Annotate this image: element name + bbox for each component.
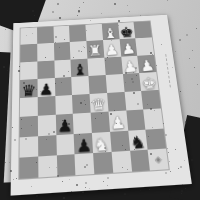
board-square-h8 bbox=[134, 21, 152, 38]
board-square-c4 bbox=[55, 95, 73, 115]
board-square-h5: ♚ bbox=[139, 72, 158, 91]
speckle-dot bbox=[129, 11, 130, 12]
board-square-f3: ♟ bbox=[108, 111, 127, 132]
board-square-b5: ♟ bbox=[37, 78, 55, 97]
board-square-d5 bbox=[71, 76, 89, 95]
board-square-g2: ♞ bbox=[128, 129, 148, 150]
board-square-c7 bbox=[53, 42, 70, 60]
board-square-g1 bbox=[130, 149, 151, 171]
speckle-dot bbox=[78, 10, 80, 12]
board-square-d3 bbox=[73, 113, 92, 134]
board-square-h3 bbox=[143, 109, 163, 130]
piece-white-pawn: ♟ bbox=[122, 59, 138, 74]
piece-white-pawn: ♟ bbox=[138, 58, 155, 73]
board-square-h1: ◈ bbox=[148, 148, 169, 170]
board-square-b4 bbox=[37, 96, 55, 116]
board-square-f6 bbox=[104, 56, 122, 74]
board-square-d4 bbox=[72, 94, 90, 114]
speckle-dot bbox=[175, 51, 176, 52]
piece-white-pawn: ♟ bbox=[110, 115, 127, 132]
speckle-dot bbox=[186, 34, 188, 36]
board-square-b1 bbox=[38, 155, 57, 177]
board-square-d8 bbox=[69, 25, 86, 42]
compass-logo-icon: ◈ bbox=[154, 154, 162, 164]
board-square-e1 bbox=[93, 152, 113, 174]
board-square-b2 bbox=[38, 135, 57, 157]
speckle-dot bbox=[180, 91, 181, 92]
board-square-c2 bbox=[56, 134, 75, 156]
board-square-a2 bbox=[20, 136, 38, 158]
board-square-e7: ♜ bbox=[86, 40, 104, 58]
board-square-h6: ♟ bbox=[137, 54, 156, 72]
chess-board: ♝♚♜♟♟♝♟♟♛♟♚♛♟♟♟♞♞◈ bbox=[19, 21, 168, 178]
speckle-dot bbox=[101, 13, 102, 14]
board-square-c5 bbox=[54, 77, 72, 96]
board-square-b6 bbox=[37, 60, 54, 79]
piece-white-pawn: ♟ bbox=[120, 42, 136, 57]
board-square-h2 bbox=[146, 128, 166, 149]
board-square-c1 bbox=[56, 154, 75, 176]
piece-black-queen: ♛ bbox=[21, 83, 37, 98]
speckle-dot bbox=[59, 17, 61, 19]
board-square-a4 bbox=[20, 97, 38, 117]
board-square-b7 bbox=[37, 43, 54, 61]
board-square-f2 bbox=[110, 130, 130, 151]
board-square-e2: ♞ bbox=[92, 131, 112, 152]
piece-white-bishop: ♝ bbox=[103, 26, 118, 40]
piece-black-king: ♚ bbox=[119, 25, 135, 39]
board-square-a6 bbox=[20, 61, 37, 80]
board-square-a5: ♛ bbox=[20, 79, 37, 98]
speckle-dot bbox=[194, 67, 195, 68]
speckle-dot bbox=[83, 2, 84, 3]
board-square-f1 bbox=[111, 151, 131, 173]
piece-white-rook: ♜ bbox=[88, 44, 103, 58]
speckle-dot bbox=[192, 50, 193, 51]
speckle-dot bbox=[5, 29, 6, 30]
board-square-f5 bbox=[105, 74, 124, 93]
speckle-dot bbox=[127, 5, 128, 6]
piece-white-king: ♚ bbox=[140, 75, 157, 91]
board-square-g7: ♟ bbox=[119, 38, 137, 56]
speckle-dot bbox=[114, 3, 116, 5]
board-square-e8 bbox=[85, 24, 102, 41]
board-square-e3 bbox=[91, 112, 110, 133]
chessboard-sheet: ♝♚♜♟♟♝♟♟♛♟♚♛♟♟♟♞♞◈ bbox=[11, 15, 192, 196]
board-square-c3: ♟ bbox=[55, 114, 74, 135]
board-square-b8 bbox=[37, 27, 54, 44]
piece-black-bishop: ♝ bbox=[72, 62, 87, 77]
background-edge-left bbox=[0, 52, 11, 188]
board-square-a1 bbox=[19, 156, 38, 178]
board-square-c8 bbox=[53, 26, 70, 43]
board-square-e4: ♛ bbox=[90, 93, 109, 113]
speckle-dot bbox=[79, 7, 80, 8]
speckle-dot bbox=[189, 58, 190, 59]
board-edge-print bbox=[165, 54, 171, 87]
speckle-dot bbox=[179, 39, 181, 41]
speckle-dot bbox=[197, 84, 198, 85]
board-square-g3 bbox=[126, 110, 146, 131]
board-square-f4 bbox=[107, 92, 126, 112]
photo-frame: ♝♚♜♟♟♝♟♟♛♟♚♛♟♟♟♞♞◈ bbox=[0, 0, 200, 200]
speckle-dot bbox=[167, 0, 168, 1]
speckle-dot bbox=[9, 162, 10, 163]
piece-black-pawn: ♟ bbox=[75, 137, 91, 154]
speckle-dot bbox=[196, 28, 197, 29]
board-square-g8: ♚ bbox=[118, 22, 136, 39]
piece-white-pawn: ♟ bbox=[104, 43, 120, 58]
speckle-dot bbox=[52, 11, 54, 13]
board-square-a3 bbox=[20, 116, 38, 137]
piece-black-knight: ♞ bbox=[129, 133, 147, 151]
board-square-d7 bbox=[70, 41, 87, 59]
speckle-dot bbox=[78, 11, 80, 13]
board-square-e5 bbox=[88, 75, 106, 94]
board-square-h4 bbox=[141, 90, 161, 110]
board-square-b3 bbox=[38, 115, 56, 136]
board-square-f8: ♝ bbox=[102, 23, 120, 40]
speckle-dot bbox=[77, 15, 78, 16]
board-square-e6 bbox=[87, 57, 105, 76]
board-square-c6 bbox=[54, 59, 72, 78]
board-square-g4 bbox=[124, 91, 143, 111]
board-square-a8 bbox=[20, 28, 37, 45]
board-square-d1 bbox=[75, 153, 95, 175]
piece-black-pawn: ♟ bbox=[57, 118, 73, 134]
board-square-g6: ♟ bbox=[121, 55, 140, 73]
piece-white-queen: ♛ bbox=[91, 97, 107, 113]
board-square-h7 bbox=[136, 38, 154, 56]
piece-white-knight: ♞ bbox=[93, 135, 110, 152]
piece-black-pawn: ♟ bbox=[39, 82, 54, 97]
board-square-d6: ♝ bbox=[71, 58, 89, 77]
board-square-d2: ♟ bbox=[74, 132, 93, 153]
board-square-a7 bbox=[20, 44, 37, 62]
board-square-f7: ♟ bbox=[103, 39, 121, 57]
speckle-dot bbox=[57, 3, 59, 5]
speckle-dot bbox=[5, 162, 6, 163]
board-square-g5 bbox=[122, 73, 141, 92]
